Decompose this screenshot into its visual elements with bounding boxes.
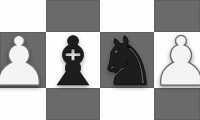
square-r1c1[interactable]: ♝	[46, 32, 100, 88]
black-bishop[interactable]: ♝	[43, 28, 104, 96]
square-r1c2[interactable]: ♞	[100, 32, 154, 88]
white-pawn[interactable]: ♟	[151, 28, 200, 96]
chessboard: ♟♝♞♟	[0, 0, 200, 120]
black-knight[interactable]: ♞	[97, 28, 158, 96]
square-r1c3[interactable]: ♟	[154, 32, 200, 88]
square-r1c0[interactable]: ♟	[0, 32, 46, 88]
chess-banner: ♟♝♞♟	[0, 0, 200, 120]
